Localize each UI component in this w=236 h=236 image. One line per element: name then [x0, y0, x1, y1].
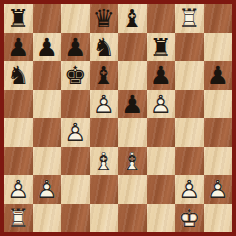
pawn-glyph: ♟ [61, 34, 90, 59]
square-f8[interactable] [147, 4, 176, 33]
chess-board: ♜♛♝♜♖♟♟♟♞♜♞♚♝♟♟♟♙♟♟♙♟♙♝♗♝♗♟♙♟♙♟♙♟♙♜♖♚♔ [4, 4, 232, 232]
square-c5[interactable] [61, 90, 90, 119]
knight-glyph: ♞ [4, 63, 33, 88]
square-c2[interactable] [61, 175, 90, 204]
piece-black-pawn[interactable]: ♟ [33, 33, 62, 62]
square-e7[interactable] [118, 33, 147, 62]
square-b2[interactable]: ♟♙ [33, 175, 62, 204]
piece-white-pawn[interactable]: ♟♙ [61, 118, 90, 147]
square-g1[interactable]: ♚♔ [175, 204, 204, 233]
bishop-glyph-outline: ♗ [90, 148, 119, 173]
bishop-glyph: ♝ [90, 63, 119, 88]
pawn-glyph-outline: ♙ [33, 177, 62, 202]
square-d3[interactable]: ♝♗ [90, 147, 119, 176]
square-b8[interactable] [33, 4, 62, 33]
piece-black-pawn[interactable]: ♟ [147, 61, 176, 90]
square-d2[interactable] [90, 175, 119, 204]
square-f2[interactable] [147, 175, 176, 204]
piece-white-pawn[interactable]: ♟♙ [147, 90, 176, 119]
square-h8[interactable] [204, 4, 233, 33]
pawn-glyph: ♟ [33, 34, 62, 59]
square-a2[interactable]: ♟♙ [4, 175, 33, 204]
bishop-glyph: ♝ [118, 6, 147, 31]
pawn-glyph: ♟ [204, 63, 233, 88]
square-g2[interactable]: ♟♙ [175, 175, 204, 204]
square-e5[interactable]: ♟ [118, 90, 147, 119]
square-f3[interactable] [147, 147, 176, 176]
square-b1[interactable] [33, 204, 62, 233]
square-h2[interactable]: ♟♙ [204, 175, 233, 204]
square-d8[interactable]: ♛ [90, 4, 119, 33]
pawn-glyph-outline: ♙ [61, 120, 90, 145]
square-a3[interactable] [4, 147, 33, 176]
square-g5[interactable] [175, 90, 204, 119]
square-g6[interactable] [175, 61, 204, 90]
square-a6[interactable]: ♞ [4, 61, 33, 90]
square-b7[interactable]: ♟ [33, 33, 62, 62]
pawn-glyph-outline: ♙ [90, 91, 119, 116]
piece-black-bishop[interactable]: ♝ [90, 61, 119, 90]
piece-black-queen[interactable]: ♛ [90, 4, 119, 33]
square-f5[interactable]: ♟♙ [147, 90, 176, 119]
square-a8[interactable]: ♜ [4, 4, 33, 33]
square-h5[interactable] [204, 90, 233, 119]
piece-white-king[interactable]: ♚♔ [175, 204, 204, 233]
square-b3[interactable] [33, 147, 62, 176]
square-d4[interactable] [90, 118, 119, 147]
piece-white-pawn[interactable]: ♟♙ [90, 90, 119, 119]
rook-glyph: ♜ [4, 6, 33, 31]
chess-board-frame: ♜♛♝♜♖♟♟♟♞♜♞♚♝♟♟♟♙♟♟♙♟♙♝♗♝♗♟♙♟♙♟♙♟♙♜♖♚♔ [0, 0, 236, 236]
piece-white-bishop[interactable]: ♝♗ [90, 147, 119, 176]
piece-white-bishop[interactable]: ♝♗ [118, 147, 147, 176]
square-h4[interactable] [204, 118, 233, 147]
rook-glyph-outline: ♖ [175, 6, 204, 31]
square-c6[interactable]: ♚ [61, 61, 90, 90]
piece-black-pawn[interactable]: ♟ [61, 33, 90, 62]
square-h7[interactable] [204, 33, 233, 62]
king-glyph-outline: ♔ [175, 205, 204, 230]
square-f4[interactable] [147, 118, 176, 147]
square-e3[interactable]: ♝♗ [118, 147, 147, 176]
piece-black-bishop[interactable]: ♝ [118, 4, 147, 33]
square-e8[interactable]: ♝ [118, 4, 147, 33]
knight-glyph: ♞ [90, 34, 119, 59]
square-a1[interactable]: ♜♖ [4, 204, 33, 233]
square-g8[interactable]: ♜♖ [175, 4, 204, 33]
pawn-glyph-outline: ♙ [204, 177, 233, 202]
square-b6[interactable] [33, 61, 62, 90]
square-c8[interactable] [61, 4, 90, 33]
rook-glyph: ♜ [147, 34, 176, 59]
pawn-glyph: ♟ [4, 34, 33, 59]
king-glyph: ♚ [61, 63, 90, 88]
piece-black-pawn[interactable]: ♟ [4, 33, 33, 62]
piece-white-rook[interactable]: ♜♖ [175, 4, 204, 33]
square-c1[interactable] [61, 204, 90, 233]
piece-white-pawn[interactable]: ♟♙ [175, 175, 204, 204]
piece-black-pawn[interactable]: ♟ [204, 61, 233, 90]
square-d6[interactable]: ♝ [90, 61, 119, 90]
square-e1[interactable] [118, 204, 147, 233]
pawn-glyph-outline: ♙ [175, 177, 204, 202]
square-h6[interactable]: ♟ [204, 61, 233, 90]
piece-black-knight[interactable]: ♞ [4, 61, 33, 90]
piece-black-rook[interactable]: ♜ [147, 33, 176, 62]
square-g4[interactable] [175, 118, 204, 147]
piece-white-pawn[interactable]: ♟♙ [33, 175, 62, 204]
square-d1[interactable] [90, 204, 119, 233]
square-f1[interactable] [147, 204, 176, 233]
rook-glyph-outline: ♖ [4, 205, 33, 230]
square-c4[interactable]: ♟♙ [61, 118, 90, 147]
pawn-glyph: ♟ [118, 91, 147, 116]
piece-black-king[interactable]: ♚ [61, 61, 90, 90]
square-h1[interactable] [204, 204, 233, 233]
piece-white-pawn[interactable]: ♟♙ [204, 175, 233, 204]
piece-white-pawn[interactable]: ♟♙ [4, 175, 33, 204]
pawn-glyph-outline: ♙ [4, 177, 33, 202]
piece-black-pawn[interactable]: ♟ [118, 90, 147, 119]
queen-glyph: ♛ [90, 6, 119, 31]
square-e6[interactable] [118, 61, 147, 90]
bishop-glyph-outline: ♗ [118, 148, 147, 173]
square-e4[interactable] [118, 118, 147, 147]
piece-black-rook[interactable]: ♜ [4, 4, 33, 33]
square-d7[interactable]: ♞ [90, 33, 119, 62]
square-g7[interactable] [175, 33, 204, 62]
square-f6[interactable]: ♟ [147, 61, 176, 90]
square-c3[interactable] [61, 147, 90, 176]
square-h3[interactable] [204, 147, 233, 176]
pawn-glyph-outline: ♙ [147, 91, 176, 116]
pawn-glyph: ♟ [147, 63, 176, 88]
square-g3[interactable] [175, 147, 204, 176]
piece-white-rook[interactable]: ♜♖ [4, 204, 33, 233]
square-f7[interactable]: ♜ [147, 33, 176, 62]
square-a5[interactable] [4, 90, 33, 119]
square-c7[interactable]: ♟ [61, 33, 90, 62]
square-b5[interactable] [33, 90, 62, 119]
square-a4[interactable] [4, 118, 33, 147]
piece-black-knight[interactable]: ♞ [90, 33, 119, 62]
square-b4[interactable] [33, 118, 62, 147]
square-d5[interactable]: ♟♙ [90, 90, 119, 119]
square-a7[interactable]: ♟ [4, 33, 33, 62]
square-e2[interactable] [118, 175, 147, 204]
